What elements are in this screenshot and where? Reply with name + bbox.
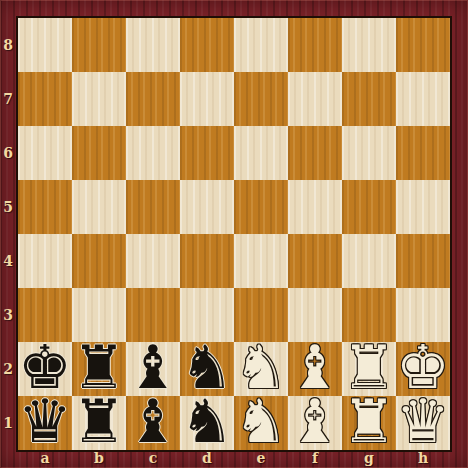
square-h6[interactable] — [396, 126, 450, 180]
square-e5[interactable] — [234, 180, 288, 234]
square-c8[interactable] — [126, 18, 180, 72]
piece-black-knight: ♞ — [180, 394, 234, 448]
rank-label-7: 7 — [0, 72, 16, 126]
square-e7[interactable] — [234, 72, 288, 126]
square-b7[interactable] — [72, 72, 126, 126]
square-c5[interactable] — [126, 180, 180, 234]
file-label-d: d — [180, 450, 234, 468]
rank-label-4: 4 — [0, 234, 16, 288]
chess-board: ♚♜♝♞♞♝♜♚♛♜♝♞♞♝♜♛ — [18, 18, 450, 450]
square-f5[interactable] — [288, 180, 342, 234]
file-label-f: f — [288, 450, 342, 468]
square-h4[interactable] — [396, 234, 450, 288]
square-b6[interactable] — [72, 126, 126, 180]
square-h8[interactable] — [396, 18, 450, 72]
square-g4[interactable] — [342, 234, 396, 288]
square-d8[interactable] — [180, 18, 234, 72]
square-b5[interactable] — [72, 180, 126, 234]
square-a6[interactable] — [18, 126, 72, 180]
file-label-h: h — [396, 450, 450, 468]
square-a7[interactable] — [18, 72, 72, 126]
square-b4[interactable] — [72, 234, 126, 288]
square-c4[interactable] — [126, 234, 180, 288]
file-label-a: a — [18, 450, 72, 468]
square-g7[interactable] — [342, 72, 396, 126]
square-g1[interactable]: ♜ — [342, 396, 396, 450]
square-h5[interactable] — [396, 180, 450, 234]
square-e8[interactable] — [234, 18, 288, 72]
rank-label-5: 5 — [0, 180, 16, 234]
square-d1[interactable]: ♞ — [180, 396, 234, 450]
board-frame: ♚♜♝♞♞♝♜♚♛♜♝♞♞♝♜♛ 87654321 abcdefgh — [0, 0, 468, 468]
square-a4[interactable] — [18, 234, 72, 288]
piece-black-bishop: ♝ — [126, 394, 180, 448]
square-g6[interactable] — [342, 126, 396, 180]
square-c6[interactable] — [126, 126, 180, 180]
square-b1[interactable]: ♜ — [72, 396, 126, 450]
rank-label-6: 6 — [0, 126, 16, 180]
file-coordinates: abcdefgh — [18, 450, 450, 468]
square-c7[interactable] — [126, 72, 180, 126]
square-d7[interactable] — [180, 72, 234, 126]
square-g8[interactable] — [342, 18, 396, 72]
square-d4[interactable] — [180, 234, 234, 288]
file-label-c: c — [126, 450, 180, 468]
file-label-g: g — [342, 450, 396, 468]
file-label-b: b — [72, 450, 126, 468]
square-h7[interactable] — [396, 72, 450, 126]
piece-black-queen: ♛ — [18, 394, 72, 448]
square-a5[interactable] — [18, 180, 72, 234]
rank-label-3: 3 — [0, 288, 16, 342]
square-b8[interactable] — [72, 18, 126, 72]
square-a1[interactable]: ♛ — [18, 396, 72, 450]
piece-white-bishop: ♝ — [288, 394, 342, 448]
rank-label-1: 1 — [0, 396, 16, 450]
square-e4[interactable] — [234, 234, 288, 288]
piece-white-rook: ♜ — [342, 394, 396, 448]
square-d6[interactable] — [180, 126, 234, 180]
square-h1[interactable]: ♛ — [396, 396, 450, 450]
file-label-e: e — [234, 450, 288, 468]
rank-label-8: 8 — [0, 18, 16, 72]
square-f1[interactable]: ♝ — [288, 396, 342, 450]
square-g5[interactable] — [342, 180, 396, 234]
square-f7[interactable] — [288, 72, 342, 126]
piece-white-knight: ♞ — [234, 394, 288, 448]
square-d5[interactable] — [180, 180, 234, 234]
square-f4[interactable] — [288, 234, 342, 288]
piece-white-queen: ♛ — [396, 394, 450, 448]
square-a8[interactable] — [18, 18, 72, 72]
square-c1[interactable]: ♝ — [126, 396, 180, 450]
rank-coordinates: 87654321 — [0, 18, 16, 450]
square-e6[interactable] — [234, 126, 288, 180]
square-f8[interactable] — [288, 18, 342, 72]
square-e1[interactable]: ♞ — [234, 396, 288, 450]
rank-label-2: 2 — [0, 342, 16, 396]
piece-black-rook: ♜ — [72, 394, 126, 448]
square-f6[interactable] — [288, 126, 342, 180]
